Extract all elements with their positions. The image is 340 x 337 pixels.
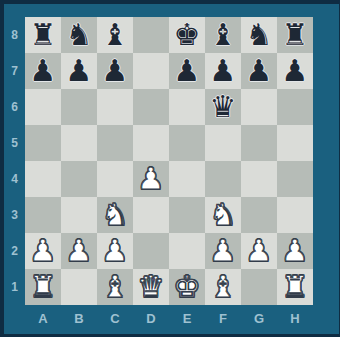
square-g3[interactable]: [241, 197, 277, 233]
square-a2[interactable]: ♟: [25, 233, 61, 269]
chess-app-window: 87654321 ♜♞♝♚♝♞♜♟♟♟♟♟♟♟♛♟♞♞♟♟♟♟♟♟♜♝♛♚♝♜ …: [0, 0, 340, 337]
white-pawn[interactable]: ♟: [210, 236, 237, 266]
square-g7[interactable]: ♟: [241, 53, 277, 89]
square-f1[interactable]: ♝: [205, 269, 241, 305]
square-d6[interactable]: [133, 89, 169, 125]
square-e7[interactable]: ♟: [169, 53, 205, 89]
white-pawn[interactable]: ♟: [138, 164, 165, 194]
square-h6[interactable]: [277, 89, 313, 125]
black-pawn[interactable]: ♟: [210, 56, 237, 86]
square-c3[interactable]: ♞: [97, 197, 133, 233]
square-e8[interactable]: ♚: [169, 17, 205, 53]
square-a7[interactable]: ♟: [25, 53, 61, 89]
black-rook[interactable]: ♜: [282, 20, 309, 50]
square-c5[interactable]: [97, 125, 133, 161]
square-c4[interactable]: [97, 161, 133, 197]
file-labels: ABCDEFGH: [25, 305, 313, 331]
black-knight[interactable]: ♞: [66, 20, 93, 50]
square-f2[interactable]: ♟: [205, 233, 241, 269]
square-e1[interactable]: ♚: [169, 269, 205, 305]
square-a6[interactable]: [25, 89, 61, 125]
white-rook[interactable]: ♜: [30, 272, 57, 302]
rank-label-8: 8: [4, 17, 25, 53]
white-rook[interactable]: ♜: [282, 272, 309, 302]
black-bishop[interactable]: ♝: [210, 20, 237, 50]
square-c8[interactable]: ♝: [97, 17, 133, 53]
rank-label-7: 7: [4, 53, 25, 89]
file-label-f: F: [205, 305, 241, 331]
rank-label-3: 3: [4, 197, 25, 233]
black-pawn[interactable]: ♟: [246, 56, 273, 86]
square-b3[interactable]: [61, 197, 97, 233]
square-d2[interactable]: [133, 233, 169, 269]
file-label-a: A: [25, 305, 61, 331]
square-f7[interactable]: ♟: [205, 53, 241, 89]
black-pawn[interactable]: ♟: [174, 56, 201, 86]
square-h8[interactable]: ♜: [277, 17, 313, 53]
file-label-c: C: [97, 305, 133, 331]
square-d8[interactable]: [133, 17, 169, 53]
square-f5[interactable]: [205, 125, 241, 161]
square-a4[interactable]: [25, 161, 61, 197]
square-e5[interactable]: [169, 125, 205, 161]
square-g6[interactable]: [241, 89, 277, 125]
square-d3[interactable]: [133, 197, 169, 233]
square-h5[interactable]: [277, 125, 313, 161]
black-rook[interactable]: ♜: [30, 20, 57, 50]
square-e6[interactable]: [169, 89, 205, 125]
square-a1[interactable]: ♜: [25, 269, 61, 305]
white-bishop[interactable]: ♝: [210, 272, 237, 302]
white-bishop[interactable]: ♝: [102, 272, 129, 302]
square-b2[interactable]: ♟: [61, 233, 97, 269]
square-g2[interactable]: ♟: [241, 233, 277, 269]
file-label-b: B: [61, 305, 97, 331]
white-pawn[interactable]: ♟: [282, 236, 309, 266]
white-king[interactable]: ♚: [174, 272, 201, 302]
square-h3[interactable]: [277, 197, 313, 233]
white-queen[interactable]: ♛: [138, 272, 165, 302]
square-c2[interactable]: ♟: [97, 233, 133, 269]
square-f3[interactable]: ♞: [205, 197, 241, 233]
black-queen[interactable]: ♛: [210, 92, 237, 122]
square-g4[interactable]: [241, 161, 277, 197]
square-a8[interactable]: ♜: [25, 17, 61, 53]
chess-board: ♜♞♝♚♝♞♜♟♟♟♟♟♟♟♛♟♞♞♟♟♟♟♟♟♜♝♛♚♝♜: [25, 17, 313, 305]
square-e2[interactable]: [169, 233, 205, 269]
square-f4[interactable]: [205, 161, 241, 197]
square-e4[interactable]: [169, 161, 205, 197]
black-bishop[interactable]: ♝: [102, 20, 129, 50]
square-d7[interactable]: [133, 53, 169, 89]
square-d1[interactable]: ♛: [133, 269, 169, 305]
rank-label-5: 5: [4, 125, 25, 161]
black-pawn[interactable]: ♟: [102, 56, 129, 86]
rank-labels: 87654321: [4, 17, 25, 305]
square-f6[interactable]: ♛: [205, 89, 241, 125]
square-g5[interactable]: [241, 125, 277, 161]
rank-label-2: 2: [4, 233, 25, 269]
square-f8[interactable]: ♝: [205, 17, 241, 53]
square-h2[interactable]: ♟: [277, 233, 313, 269]
white-knight[interactable]: ♞: [210, 200, 237, 230]
square-g8[interactable]: ♞: [241, 17, 277, 53]
square-h4[interactable]: [277, 161, 313, 197]
black-knight[interactable]: ♞: [246, 20, 273, 50]
white-pawn[interactable]: ♟: [66, 236, 93, 266]
square-b7[interactable]: ♟: [61, 53, 97, 89]
white-pawn[interactable]: ♟: [30, 236, 57, 266]
square-b4[interactable]: [61, 161, 97, 197]
square-d5[interactable]: [133, 125, 169, 161]
square-g1[interactable]: [241, 269, 277, 305]
white-pawn[interactable]: ♟: [102, 236, 129, 266]
square-b6[interactable]: [61, 89, 97, 125]
white-pawn[interactable]: ♟: [246, 236, 273, 266]
square-c6[interactable]: [97, 89, 133, 125]
rank-label-6: 6: [4, 89, 25, 125]
black-pawn[interactable]: ♟: [30, 56, 57, 86]
square-e3[interactable]: [169, 197, 205, 233]
file-label-g: G: [241, 305, 277, 331]
file-label-d: D: [133, 305, 169, 331]
file-label-e: E: [169, 305, 205, 331]
square-h1[interactable]: ♜: [277, 269, 313, 305]
white-knight[interactable]: ♞: [102, 200, 129, 230]
black-pawn[interactable]: ♟: [282, 56, 309, 86]
rank-label-4: 4: [4, 161, 25, 197]
file-label-h: H: [277, 305, 313, 331]
square-b5[interactable]: [61, 125, 97, 161]
square-b8[interactable]: ♞: [61, 17, 97, 53]
square-c7[interactable]: ♟: [97, 53, 133, 89]
square-a3[interactable]: [25, 197, 61, 233]
square-b1[interactable]: [61, 269, 97, 305]
square-a5[interactable]: [25, 125, 61, 161]
rank-label-1: 1: [4, 269, 25, 305]
black-pawn[interactable]: ♟: [66, 56, 93, 86]
black-king[interactable]: ♚: [174, 20, 201, 50]
square-c1[interactable]: ♝: [97, 269, 133, 305]
square-d4[interactable]: ♟: [133, 161, 169, 197]
square-h7[interactable]: ♟: [277, 53, 313, 89]
